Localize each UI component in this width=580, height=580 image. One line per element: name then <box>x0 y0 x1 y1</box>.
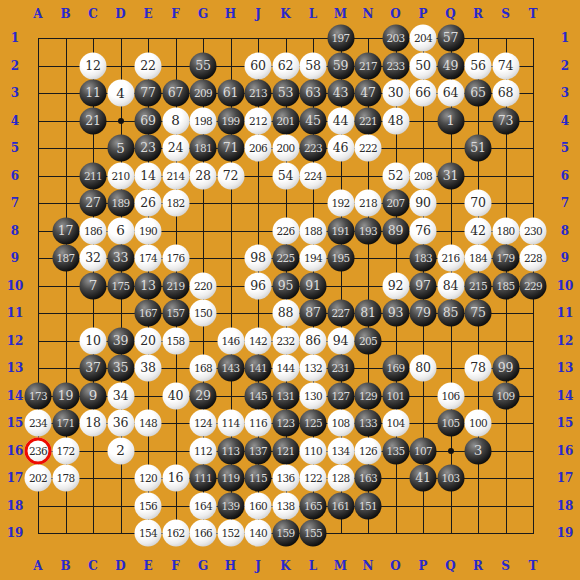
stone-J19[interactable]: 140 <box>245 520 272 547</box>
stone-D3[interactable]: 4 <box>107 80 134 107</box>
stone-N11[interactable]: 81 <box>355 300 382 327</box>
row-label-right-5: 5 <box>561 142 569 154</box>
stone-P11[interactable]: 79 <box>410 300 437 327</box>
move-number: 1 <box>446 114 454 128</box>
move-number: 222 <box>359 143 377 154</box>
stone-S14[interactable]: 109 <box>492 382 519 409</box>
stone-J2[interactable]: 60 <box>245 52 272 79</box>
stone-P1[interactable]: 204 <box>410 25 437 52</box>
move-number: 37 <box>85 362 100 375</box>
stone-O13[interactable]: 169 <box>382 355 409 382</box>
stone-P2[interactable]: 50 <box>410 52 437 79</box>
move-number: 139 <box>221 500 239 511</box>
stone-N16[interactable]: 126 <box>355 437 382 464</box>
row-label-right-10: 10 <box>557 280 574 292</box>
move-number: 46 <box>333 142 348 155</box>
stone-G18[interactable]: 164 <box>190 492 217 519</box>
stone-L4[interactable]: 45 <box>300 107 327 134</box>
stone-B17[interactable]: 178 <box>52 465 79 492</box>
stone-R10[interactable]: 215 <box>465 272 492 299</box>
move-number: 129 <box>359 390 377 401</box>
stone-N18[interactable]: 151 <box>355 492 382 519</box>
stone-N7[interactable]: 218 <box>355 190 382 217</box>
stone-G10[interactable]: 220 <box>190 272 217 299</box>
stone-H12[interactable]: 146 <box>217 327 244 354</box>
move-number: 124 <box>194 418 212 429</box>
stone-K11[interactable]: 88 <box>272 300 299 327</box>
move-number: 59 <box>333 59 348 72</box>
stone-K3[interactable]: 53 <box>272 80 299 107</box>
stone-C8[interactable]: 186 <box>80 217 107 244</box>
stone-L6[interactable]: 224 <box>300 162 327 189</box>
move-number: 131 <box>276 390 294 401</box>
stone-M1[interactable]: 197 <box>327 25 354 52</box>
stone-Q10[interactable]: 84 <box>437 272 464 299</box>
stone-Q9[interactable]: 216 <box>437 245 464 272</box>
row-label-left-15: 15 <box>7 417 24 429</box>
stone-E2[interactable]: 22 <box>135 52 162 79</box>
stone-R3[interactable]: 65 <box>465 80 492 107</box>
stone-Q6[interactable]: 31 <box>437 162 464 189</box>
stone-D8[interactable]: 6 <box>107 217 134 244</box>
move-number: 236 <box>29 445 47 456</box>
stone-P8[interactable]: 76 <box>410 217 437 244</box>
stone-J13[interactable]: 141 <box>245 355 272 382</box>
stone-F3[interactable]: 67 <box>162 80 189 107</box>
stone-J12[interactable]: 142 <box>245 327 272 354</box>
stone-E17[interactable]: 120 <box>135 465 162 492</box>
stone-M17[interactable]: 128 <box>327 465 354 492</box>
stone-K19[interactable]: 159 <box>272 520 299 547</box>
row-label-left-16: 16 <box>7 445 24 457</box>
move-number: 128 <box>331 473 349 484</box>
stone-E9[interactable]: 174 <box>135 245 162 272</box>
stone-H17[interactable]: 119 <box>217 465 244 492</box>
stone-K10[interactable]: 95 <box>272 272 299 299</box>
move-number: 11 <box>85 87 100 100</box>
col-label-bottom-R: R <box>473 560 483 572</box>
stone-O2[interactable]: 233 <box>382 52 409 79</box>
move-number: 233 <box>386 60 404 71</box>
stone-G6[interactable]: 28 <box>190 162 217 189</box>
stone-A14[interactable]: 173 <box>25 382 52 409</box>
stone-J5[interactable]: 206 <box>245 135 272 162</box>
stone-H5[interactable]: 71 <box>217 135 244 162</box>
stone-L3[interactable]: 63 <box>300 80 327 107</box>
stone-G17[interactable]: 111 <box>190 465 217 492</box>
stone-J15[interactable]: 116 <box>245 410 272 437</box>
stone-S3[interactable]: 68 <box>492 80 519 107</box>
stone-K14[interactable]: 131 <box>272 382 299 409</box>
row-label-left-14: 14 <box>7 390 24 402</box>
stone-D5[interactable]: 5 <box>107 135 134 162</box>
col-label-bottom-O: O <box>390 560 400 572</box>
stone-J18[interactable]: 160 <box>245 492 272 519</box>
stone-N5[interactable]: 222 <box>355 135 382 162</box>
stone-K17[interactable]: 136 <box>272 465 299 492</box>
move-number: 211 <box>84 170 102 181</box>
move-number: 226 <box>276 225 294 236</box>
stone-G4[interactable]: 198 <box>190 107 217 134</box>
stone-N17[interactable]: 163 <box>355 465 382 492</box>
stone-F10[interactable]: 219 <box>162 272 189 299</box>
stone-H13[interactable]: 143 <box>217 355 244 382</box>
stone-E8[interactable]: 190 <box>135 217 162 244</box>
stone-C2[interactable]: 12 <box>80 52 107 79</box>
stone-B9[interactable]: 187 <box>52 245 79 272</box>
stone-K13[interactable]: 144 <box>272 355 299 382</box>
move-number: 14 <box>140 169 155 182</box>
stone-C9[interactable]: 32 <box>80 245 107 272</box>
stone-J9[interactable]: 98 <box>245 245 272 272</box>
stone-G5[interactable]: 181 <box>190 135 217 162</box>
stone-D9[interactable]: 33 <box>107 245 134 272</box>
row-label-right-19: 19 <box>557 527 574 539</box>
row-label-right-8: 8 <box>561 225 569 237</box>
move-number: 56 <box>470 59 485 72</box>
stone-Q4[interactable]: 1 <box>437 107 464 134</box>
stone-K6[interactable]: 54 <box>272 162 299 189</box>
stone-Q1[interactable]: 57 <box>437 25 464 52</box>
move-number: 32 <box>85 252 100 265</box>
move-number: 48 <box>388 114 403 127</box>
move-number: 40 <box>168 389 183 402</box>
stone-N3[interactable]: 47 <box>355 80 382 107</box>
stone-E7[interactable]: 26 <box>135 190 162 217</box>
stone-R9[interactable]: 184 <box>465 245 492 272</box>
stone-O7[interactable]: 207 <box>382 190 409 217</box>
stone-C6[interactable]: 211 <box>80 162 107 189</box>
stone-P7[interactable]: 90 <box>410 190 437 217</box>
stone-C3[interactable]: 11 <box>80 80 107 107</box>
stone-O16[interactable]: 135 <box>382 437 409 464</box>
move-number: 167 <box>139 308 157 319</box>
stone-L19[interactable]: 155 <box>300 520 327 547</box>
stone-M5[interactable]: 46 <box>327 135 354 162</box>
stone-Q14[interactable]: 106 <box>437 382 464 409</box>
stone-F12[interactable]: 158 <box>162 327 189 354</box>
move-number: 61 <box>223 87 238 100</box>
stone-E11[interactable]: 167 <box>135 300 162 327</box>
stone-R8[interactable]: 42 <box>465 217 492 244</box>
row-label-left-18: 18 <box>7 500 24 512</box>
stone-G3[interactable]: 209 <box>190 80 217 107</box>
move-number: 125 <box>304 418 322 429</box>
stone-M12[interactable]: 94 <box>327 327 354 354</box>
stone-E4[interactable]: 69 <box>135 107 162 134</box>
stone-M2[interactable]: 59 <box>327 52 354 79</box>
stone-P6[interactable]: 208 <box>410 162 437 189</box>
move-number: 178 <box>56 473 74 484</box>
stone-R7[interactable]: 70 <box>465 190 492 217</box>
stone-C13[interactable]: 37 <box>80 355 107 382</box>
stone-L8[interactable]: 188 <box>300 217 327 244</box>
stone-C4[interactable]: 21 <box>80 107 107 134</box>
stone-R15[interactable]: 100 <box>465 410 492 437</box>
move-number: 203 <box>386 33 404 44</box>
move-number: 186 <box>84 225 102 236</box>
col-label-top-M: M <box>334 8 347 20</box>
stone-O3[interactable]: 30 <box>382 80 409 107</box>
stone-E6[interactable]: 14 <box>135 162 162 189</box>
move-number: 45 <box>305 114 320 127</box>
stone-M3[interactable]: 43 <box>327 80 354 107</box>
stone-D15[interactable]: 36 <box>107 410 134 437</box>
stone-M4[interactable]: 44 <box>327 107 354 134</box>
stone-N4[interactable]: 221 <box>355 107 382 134</box>
move-number: 9 <box>89 389 97 403</box>
star-point-Q16 <box>448 448 454 454</box>
stone-Q11[interactable]: 85 <box>437 300 464 327</box>
stone-H15[interactable]: 114 <box>217 410 244 437</box>
stone-Q3[interactable]: 64 <box>437 80 464 107</box>
stone-N15[interactable]: 133 <box>355 410 382 437</box>
stone-M13[interactable]: 231 <box>327 355 354 382</box>
stone-L11[interactable]: 87 <box>300 300 327 327</box>
stone-T10[interactable]: 229 <box>520 272 547 299</box>
col-label-top-B: B <box>60 8 70 20</box>
stone-K4[interactable]: 201 <box>272 107 299 134</box>
stone-P10[interactable]: 97 <box>410 272 437 299</box>
move-number: 93 <box>388 307 403 320</box>
stone-B15[interactable]: 171 <box>52 410 79 437</box>
stone-M9[interactable]: 195 <box>327 245 354 272</box>
stone-G15[interactable]: 124 <box>190 410 217 437</box>
stone-L13[interactable]: 132 <box>300 355 327 382</box>
stone-K9[interactable]: 225 <box>272 245 299 272</box>
stone-O6[interactable]: 52 <box>382 162 409 189</box>
stone-R13[interactable]: 78 <box>465 355 492 382</box>
stone-Q15[interactable]: 105 <box>437 410 464 437</box>
stone-J3[interactable]: 213 <box>245 80 272 107</box>
move-number: 30 <box>388 87 403 100</box>
move-number: 162 <box>166 528 184 539</box>
stone-G16[interactable]: 112 <box>190 437 217 464</box>
stone-M8[interactable]: 191 <box>327 217 354 244</box>
stone-E15[interactable]: 148 <box>135 410 162 437</box>
stone-A15[interactable]: 234 <box>25 410 52 437</box>
stone-G13[interactable]: 168 <box>190 355 217 382</box>
move-number: 159 <box>276 528 294 539</box>
stone-R16[interactable]: 3 <box>465 437 492 464</box>
stone-O10[interactable]: 92 <box>382 272 409 299</box>
stone-M15[interactable]: 108 <box>327 410 354 437</box>
stone-S8[interactable]: 180 <box>492 217 519 244</box>
stone-C14[interactable]: 9 <box>80 382 107 409</box>
stone-L17[interactable]: 122 <box>300 465 327 492</box>
move-number: 24 <box>168 142 183 155</box>
stone-R11[interactable]: 75 <box>465 300 492 327</box>
move-number: 3 <box>474 444 482 458</box>
stone-M18[interactable]: 161 <box>327 492 354 519</box>
stone-H18[interactable]: 139 <box>217 492 244 519</box>
move-number: 80 <box>415 362 430 375</box>
stone-B8[interactable]: 17 <box>52 217 79 244</box>
stone-H4[interactable]: 199 <box>217 107 244 134</box>
stone-J16[interactable]: 137 <box>245 437 272 464</box>
row-label-left-13: 13 <box>7 362 24 374</box>
stone-D10[interactable]: 175 <box>107 272 134 299</box>
stone-N2[interactable]: 217 <box>355 52 382 79</box>
move-number: 8 <box>171 114 179 128</box>
stone-P3[interactable]: 66 <box>410 80 437 107</box>
stone-D6[interactable]: 210 <box>107 162 134 189</box>
stone-K15[interactable]: 123 <box>272 410 299 437</box>
stone-E3[interactable]: 77 <box>135 80 162 107</box>
stone-D16[interactable]: 2 <box>107 437 134 464</box>
move-number: 67 <box>168 87 183 100</box>
stone-J4[interactable]: 212 <box>245 107 272 134</box>
stone-O1[interactable]: 203 <box>382 25 409 52</box>
stone-R5[interactable]: 51 <box>465 135 492 162</box>
stone-E10[interactable]: 13 <box>135 272 162 299</box>
stone-M11[interactable]: 227 <box>327 300 354 327</box>
stone-P17[interactable]: 41 <box>410 465 437 492</box>
stone-L2[interactable]: 58 <box>300 52 327 79</box>
stone-Q2[interactable]: 49 <box>437 52 464 79</box>
stone-E5[interactable]: 23 <box>135 135 162 162</box>
move-number: 72 <box>223 169 238 182</box>
stone-L9[interactable]: 194 <box>300 245 327 272</box>
stone-F19[interactable]: 162 <box>162 520 189 547</box>
move-number: 90 <box>415 197 430 210</box>
stone-M16[interactable]: 134 <box>327 437 354 464</box>
stone-K16[interactable]: 121 <box>272 437 299 464</box>
stone-L12[interactable]: 86 <box>300 327 327 354</box>
move-number: 132 <box>304 363 322 374</box>
stone-A16-last-move[interactable]: 236 <box>25 437 52 464</box>
stone-O8[interactable]: 89 <box>382 217 409 244</box>
stone-G2[interactable]: 55 <box>190 52 217 79</box>
stone-P16[interactable]: 107 <box>410 437 437 464</box>
stone-N8[interactable]: 193 <box>355 217 382 244</box>
move-number: 225 <box>276 253 294 264</box>
stone-P13[interactable]: 80 <box>410 355 437 382</box>
stone-F11[interactable]: 157 <box>162 300 189 327</box>
stone-M14[interactable]: 127 <box>327 382 354 409</box>
stone-S2[interactable]: 74 <box>492 52 519 79</box>
stone-F7[interactable]: 182 <box>162 190 189 217</box>
stone-P9[interactable]: 183 <box>410 245 437 272</box>
stone-D7[interactable]: 189 <box>107 190 134 217</box>
go-board[interactable]: AABBCCDDEEFFGGHHJJKKLLMMNNOOPPQQRRSSTT11… <box>0 0 580 580</box>
stone-O4[interactable]: 48 <box>382 107 409 134</box>
stone-C10[interactable]: 7 <box>80 272 107 299</box>
stone-J17[interactable]: 115 <box>245 465 272 492</box>
stone-L16[interactable]: 110 <box>300 437 327 464</box>
stone-S13[interactable]: 99 <box>492 355 519 382</box>
move-number: 190 <box>139 225 157 236</box>
stone-G11[interactable]: 150 <box>190 300 217 327</box>
move-number: 169 <box>386 363 404 374</box>
stone-D13[interactable]: 35 <box>107 355 134 382</box>
stone-T8[interactable]: 230 <box>520 217 547 244</box>
row-label-left-2: 2 <box>11 60 19 72</box>
stone-B16[interactable]: 172 <box>52 437 79 464</box>
move-number: 114 <box>221 418 239 429</box>
move-number: 148 <box>139 418 157 429</box>
move-number: 126 <box>359 445 377 456</box>
stone-N12[interactable]: 205 <box>355 327 382 354</box>
stone-A17[interactable]: 202 <box>25 465 52 492</box>
col-label-bottom-E: E <box>143 560 152 572</box>
stone-S4[interactable]: 73 <box>492 107 519 134</box>
stone-L5[interactable]: 223 <box>300 135 327 162</box>
stone-F14[interactable]: 40 <box>162 382 189 409</box>
move-number: 47 <box>360 87 375 100</box>
stone-F9[interactable]: 176 <box>162 245 189 272</box>
stone-K8[interactable]: 226 <box>272 217 299 244</box>
stone-L10[interactable]: 91 <box>300 272 327 299</box>
stone-F5[interactable]: 24 <box>162 135 189 162</box>
stone-G14[interactable]: 29 <box>190 382 217 409</box>
stone-C15[interactable]: 18 <box>80 410 107 437</box>
stone-M7[interactable]: 192 <box>327 190 354 217</box>
stone-N14[interactable]: 129 <box>355 382 382 409</box>
stone-O14[interactable]: 101 <box>382 382 409 409</box>
stone-G19[interactable]: 166 <box>190 520 217 547</box>
stone-J10[interactable]: 96 <box>245 272 272 299</box>
stone-K12[interactable]: 232 <box>272 327 299 354</box>
stone-S10[interactable]: 185 <box>492 272 519 299</box>
stone-O11[interactable]: 93 <box>382 300 409 327</box>
stone-F6[interactable]: 214 <box>162 162 189 189</box>
stone-H16[interactable]: 113 <box>217 437 244 464</box>
stone-C12[interactable]: 10 <box>80 327 107 354</box>
stone-K18[interactable]: 138 <box>272 492 299 519</box>
move-number: 142 <box>249 335 267 346</box>
move-number: 176 <box>166 253 184 264</box>
col-label-bottom-D: D <box>115 560 125 572</box>
move-number: 101 <box>386 390 404 401</box>
move-number: 220 <box>194 280 212 291</box>
stone-D12[interactable]: 39 <box>107 327 134 354</box>
stone-K5[interactable]: 200 <box>272 135 299 162</box>
stone-D14[interactable]: 34 <box>107 382 134 409</box>
stone-H6[interactable]: 72 <box>217 162 244 189</box>
stone-H19[interactable]: 152 <box>217 520 244 547</box>
stone-L18[interactable]: 165 <box>300 492 327 519</box>
move-number: 119 <box>221 473 239 484</box>
row-label-right-18: 18 <box>557 500 574 512</box>
stone-K2[interactable]: 62 <box>272 52 299 79</box>
stone-O15[interactable]: 104 <box>382 410 409 437</box>
stone-B14[interactable]: 19 <box>52 382 79 409</box>
stone-L15[interactable]: 125 <box>300 410 327 437</box>
stone-T9[interactable]: 228 <box>520 245 547 272</box>
move-number: 215 <box>469 280 487 291</box>
move-number: 36 <box>113 417 128 430</box>
move-number: 229 <box>524 280 542 291</box>
move-number: 60 <box>250 59 265 72</box>
stone-E19[interactable]: 154 <box>135 520 162 547</box>
stone-F17[interactable]: 16 <box>162 465 189 492</box>
stone-S9[interactable]: 179 <box>492 245 519 272</box>
stone-J14[interactable]: 145 <box>245 382 272 409</box>
stone-E18[interactable]: 156 <box>135 492 162 519</box>
stone-L14[interactable]: 130 <box>300 382 327 409</box>
stone-F4[interactable]: 8 <box>162 107 189 134</box>
move-number: 27 <box>85 197 100 210</box>
stone-E13[interactable]: 38 <box>135 355 162 382</box>
stone-C7[interactable]: 27 <box>80 190 107 217</box>
stone-R2[interactable]: 56 <box>465 52 492 79</box>
move-number: 156 <box>139 500 157 511</box>
stone-Q17[interactable]: 103 <box>437 465 464 492</box>
stone-E12[interactable]: 20 <box>135 327 162 354</box>
stone-H3[interactable]: 61 <box>217 80 244 107</box>
move-number: 166 <box>194 528 212 539</box>
